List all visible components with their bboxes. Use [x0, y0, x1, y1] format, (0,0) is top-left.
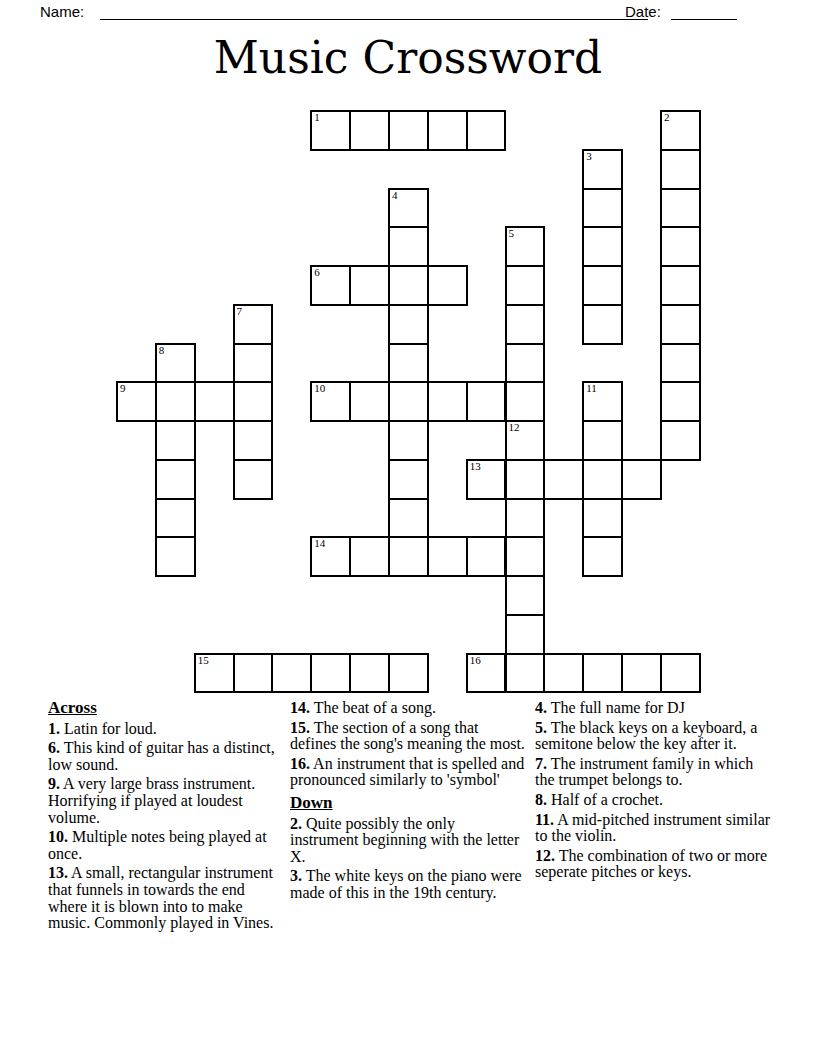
grid-cell-5-7[interactable]: 10	[310, 381, 351, 422]
grid-cell-6-4[interactable]	[349, 265, 390, 306]
grid-cell-3-9[interactable]	[233, 459, 274, 500]
grid-cell-9-11[interactable]	[466, 536, 507, 577]
grid-cell-6-14[interactable]	[349, 653, 390, 694]
clue-number-6: 6	[314, 266, 320, 279]
grid-cell-7-0[interactable]	[388, 110, 429, 151]
clue-number-16: 16	[470, 654, 481, 667]
clue-number-13: 13	[470, 460, 481, 473]
grid-cell-1-11[interactable]	[155, 536, 196, 577]
grid-cell-3-14[interactable]	[233, 653, 274, 694]
grid-cell-14-6[interactable]	[660, 343, 701, 384]
grid-cell-8-11[interactable]	[427, 536, 468, 577]
grid-cell-14-1[interactable]	[660, 149, 701, 190]
clue-column-3: 4. The full name for DJ5. The black keys…	[535, 700, 772, 884]
grid-cell-6-11[interactable]	[349, 536, 390, 577]
clue-num-label: 3.	[290, 867, 302, 884]
grid-cell-13-9[interactable]	[621, 459, 662, 500]
clue-num-label: 11.	[535, 811, 554, 828]
clue-num-label: 4.	[535, 699, 547, 716]
clue-number-8: 8	[159, 344, 165, 357]
grid-cell-3-7[interactable]	[233, 381, 274, 422]
clue-across-6: 6. This kind of guitar has a distinct, l…	[48, 740, 285, 773]
clue-down-11: 11. A mid-pitched instrument similar to …	[535, 812, 772, 845]
grid-cell-7-8[interactable]	[388, 420, 429, 461]
clue-down-4: 4. The full name for DJ	[535, 700, 772, 717]
clue-across-13: 13. A small, rectangular instrument that…	[48, 865, 285, 931]
clue-number-2: 2	[664, 111, 670, 124]
clue-num-label: 8.	[535, 791, 547, 808]
clue-num-label: 6.	[48, 739, 60, 756]
grid-cell-10-3[interactable]: 5	[505, 226, 546, 267]
grid-cell-14-2[interactable]	[660, 188, 701, 229]
grid-cell-14-8[interactable]	[660, 420, 701, 461]
clue-across-10: 10. Multiple notes being played at once.	[48, 829, 285, 862]
grid-cell-12-9[interactable]	[582, 459, 623, 500]
grid-cell-9-0[interactable]	[466, 110, 507, 151]
grid-cell-14-7[interactable]	[660, 381, 701, 422]
clue-num-label: 9.	[48, 775, 60, 792]
grid-cell-4-14[interactable]	[271, 653, 312, 694]
clue-num-label: 13.	[48, 864, 68, 881]
clue-down-12: 12. The combination of two or more seper…	[535, 848, 772, 881]
grid-cell-14-4[interactable]	[660, 265, 701, 306]
clue-number-12: 12	[509, 421, 520, 434]
grid-cell-3-5[interactable]: 7	[233, 304, 274, 345]
grid-cell-10-12[interactable]	[505, 575, 546, 616]
clue-number-7: 7	[237, 305, 243, 318]
clue-num-label: 12.	[535, 847, 555, 864]
grid-cell-5-0[interactable]: 1	[310, 110, 351, 151]
grid-cell-10-5[interactable]	[505, 304, 546, 345]
clue-num-label: 16.	[290, 755, 310, 772]
grid-cell-10-14[interactable]	[505, 653, 546, 694]
clue-down-2: 2. Quite possibly the only instrument be…	[290, 816, 527, 866]
grid-cell-2-14[interactable]: 15	[194, 653, 235, 694]
clue-number-1: 1	[314, 111, 320, 124]
grid-cell-12-11[interactable]	[582, 536, 623, 577]
clue-across-9: 9. A very large brass instrument. Horrif…	[48, 776, 285, 826]
grid-cell-1-6[interactable]: 8	[155, 343, 196, 384]
grid-cell-7-5[interactable]	[388, 304, 429, 345]
grid-cell-14-5[interactable]	[660, 304, 701, 345]
grid-cell-10-4[interactable]	[505, 265, 546, 306]
clue-across-14: 14. The beat of a song.	[290, 700, 527, 717]
clue-down-3: 3. The white keys on the piano were made…	[290, 868, 527, 901]
grid-cell-10-9[interactable]	[505, 459, 546, 500]
clue-number-11: 11	[586, 382, 597, 395]
grid-cell-7-3[interactable]	[388, 226, 429, 267]
clue-number-5: 5	[509, 227, 515, 240]
grid-cell-8-7[interactable]	[427, 381, 468, 422]
grid-cell-12-2[interactable]	[582, 188, 623, 229]
clue-across-1: 1. Latin for loud.	[48, 721, 285, 738]
clue-across-16: 16. An instrument that is spelled and pr…	[290, 756, 527, 789]
clue-number-10: 10	[314, 382, 325, 395]
clue-column-2: 14. The beat of a song.15. The section o…	[290, 700, 527, 905]
clue-number-14: 14	[314, 537, 325, 550]
grid-cell-8-4[interactable]	[427, 265, 468, 306]
grid-cell-10-6[interactable]	[505, 343, 546, 384]
clue-across-15: 15. The section of a song that defines t…	[290, 720, 527, 753]
grid-cell-10-13[interactable]	[505, 614, 546, 655]
grid-cell-5-14[interactable]	[310, 653, 351, 694]
grid-cell-10-8[interactable]: 12	[505, 420, 546, 461]
grid-cell-12-8[interactable]	[582, 420, 623, 461]
grid-cell-12-14[interactable]	[582, 653, 623, 694]
crossword-grid: 16910131415162345781112	[116, 110, 701, 694]
clue-num-label: 7.	[535, 755, 547, 772]
grid-cell-2-7[interactable]	[194, 381, 235, 422]
grid-cell-14-0[interactable]: 2	[660, 110, 701, 151]
grid-cell-5-11[interactable]: 14	[310, 536, 351, 577]
grid-cell-7-9[interactable]	[388, 459, 429, 500]
date-blank-line[interactable]	[671, 3, 737, 20]
grid-cell-7-7[interactable]	[388, 381, 429, 422]
grid-cell-10-10[interactable]	[505, 498, 546, 539]
clue-column-1: Across1. Latin for loud.6. This kind of …	[48, 700, 285, 935]
clue-num-label: 10.	[48, 828, 68, 845]
grid-cell-3-8[interactable]	[233, 420, 274, 461]
date-label: Date:	[625, 3, 661, 20]
grid-cell-14-14[interactable]	[660, 653, 701, 694]
grid-cell-12-1[interactable]: 3	[582, 149, 623, 190]
grid-cell-1-8[interactable]	[155, 420, 196, 461]
clue-down-8: 8. Half of a crochet.	[535, 792, 772, 809]
clue-number-9: 9	[120, 382, 126, 395]
across-header: Across	[48, 700, 285, 717]
grid-cell-8-0[interactable]	[427, 110, 468, 151]
grid-cell-7-14[interactable]	[388, 653, 429, 694]
grid-cell-12-10[interactable]	[582, 498, 623, 539]
clue-num-label: 15.	[290, 719, 310, 736]
grid-cell-13-14[interactable]	[621, 653, 662, 694]
clue-num-label: 5.	[535, 719, 547, 736]
grid-cell-6-7[interactable]	[349, 381, 390, 422]
grid-cell-7-6[interactable]	[388, 343, 429, 384]
clue-num-label: 1.	[48, 720, 60, 737]
clue-down-7: 7. The instrument family in which the tr…	[535, 756, 772, 789]
grid-cell-10-11[interactable]	[505, 536, 546, 577]
grid-cell-7-4[interactable]	[388, 265, 429, 306]
grid-cell-3-6[interactable]	[233, 343, 274, 384]
worksheet-page: Name: Date: Music Crossword 169101314151…	[0, 0, 816, 1056]
grid-cell-1-9[interactable]	[155, 459, 196, 500]
grid-cell-7-2[interactable]: 4	[388, 188, 429, 229]
worksheet-header: Name: Date:	[40, 3, 776, 25]
grid-cell-0-7[interactable]: 9	[116, 381, 157, 422]
grid-cell-9-14[interactable]: 16	[466, 653, 507, 694]
grid-cell-1-7[interactable]	[155, 381, 196, 422]
name-label: Name:	[40, 3, 84, 20]
grid-cell-12-5[interactable]	[582, 304, 623, 345]
clue-num-label: 14.	[290, 699, 310, 716]
grid-cell-12-4[interactable]	[582, 265, 623, 306]
grid-cell-7-11[interactable]	[388, 536, 429, 577]
name-blank-line[interactable]	[100, 3, 648, 20]
grid-cell-1-10[interactable]	[155, 498, 196, 539]
grid-cell-10-7[interactable]	[505, 381, 546, 422]
grid-cell-12-3[interactable]	[582, 226, 623, 267]
grid-cell-11-9[interactable]	[543, 459, 584, 500]
grid-cell-7-10[interactable]	[388, 498, 429, 539]
clue-number-3: 3	[586, 150, 592, 163]
grid-cell-12-7[interactable]: 11	[582, 381, 623, 422]
clue-number-15: 15	[198, 654, 209, 667]
page-title: Music Crossword	[0, 32, 816, 83]
down-header: Down	[290, 795, 527, 812]
grid-cell-9-9[interactable]: 13	[466, 459, 507, 500]
grid-cell-5-4[interactable]: 6	[310, 265, 351, 306]
grid-cell-6-0[interactable]	[349, 110, 390, 151]
clue-down-5: 5. The black keys on a keyboard, a semit…	[535, 720, 772, 753]
grid-cell-11-14[interactable]	[543, 653, 584, 694]
clue-num-label: 2.	[290, 815, 302, 832]
clue-number-4: 4	[392, 189, 398, 202]
grid-cell-14-3[interactable]	[660, 226, 701, 267]
grid-cell-9-7[interactable]	[466, 381, 507, 422]
